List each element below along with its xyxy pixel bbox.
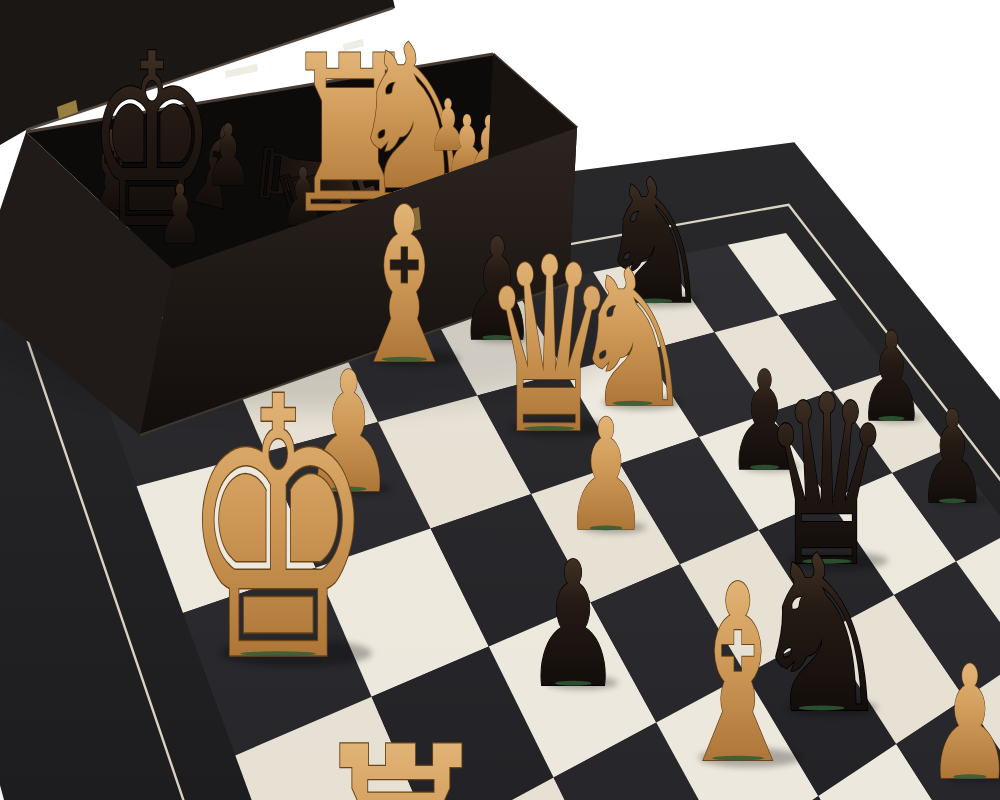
piece-black-pawn-c4[interactable]: ♟ xyxy=(525,524,621,726)
scene-canvas: ♝♚♝♟♟♜♜♟♜♞♟♟♟♟♞♟♝♞♟♛♟♟♟♟♛♚♟♞♝♟♜ xyxy=(0,0,1000,800)
felt-base xyxy=(953,774,986,779)
lid-slot-icon xyxy=(225,64,258,78)
piece-black-pawn-h4[interactable]: ♟ xyxy=(917,383,988,532)
felt-base xyxy=(799,706,845,711)
piece-white-rook-a5[interactable]: ♜ xyxy=(304,684,497,800)
felt-base xyxy=(240,651,316,656)
chess-set-photo: { "game": "chess", "scene": "overhead pr… xyxy=(0,0,1000,800)
box-piece-black-pawn[interactable]: ♟ xyxy=(157,167,203,262)
felt-base xyxy=(939,499,966,504)
felt-base xyxy=(555,681,591,686)
piece-white-king-a3[interactable]: ♚ xyxy=(182,322,375,740)
felt-base xyxy=(712,756,764,761)
